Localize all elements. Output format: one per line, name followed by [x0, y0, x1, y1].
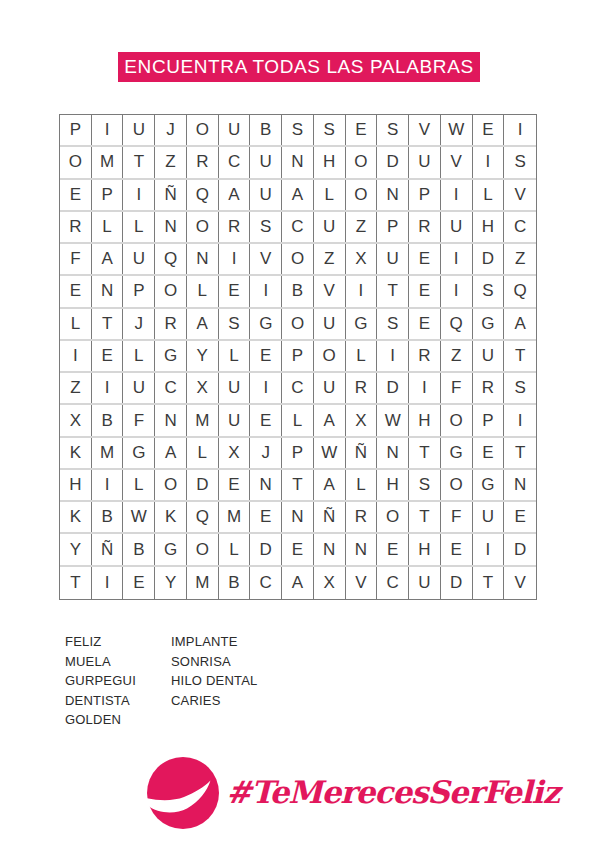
- grid-cell-r1c4[interactable]: J: [155, 115, 187, 145]
- grid-cell-r13c13[interactable]: F: [441, 502, 473, 532]
- grid-cell-r2c8[interactable]: N: [282, 147, 314, 177]
- grid-cell-r2c9[interactable]: H: [314, 147, 346, 177]
- grid-cell-r11c8[interactable]: P: [282, 438, 314, 468]
- grid-row: PIUJOUBSSESVWEI: [60, 115, 536, 147]
- grid-cell-r14c2[interactable]: Ñ: [92, 534, 124, 564]
- grid-cell-r11c13[interactable]: G: [441, 438, 473, 468]
- grid-cell-r11c2[interactable]: M: [92, 438, 124, 468]
- grid-cell-r12c11[interactable]: H: [377, 470, 409, 500]
- grid-row: TIEYMBCAXVCUDTV: [60, 567, 536, 599]
- grid-cell-r12c2[interactable]: I: [92, 470, 124, 500]
- grid-cell-r3c9[interactable]: L: [314, 180, 346, 210]
- grid-cell-r15c7[interactable]: C: [250, 567, 282, 599]
- grid-cell-r4c3[interactable]: L: [123, 212, 155, 242]
- grid-row: RLLNORSCUZPRUHC: [60, 212, 536, 244]
- grid-cell-r1c11[interactable]: S: [377, 115, 409, 145]
- grid-cell-r1c13[interactable]: W: [441, 115, 473, 145]
- grid-row: EPIÑQAUALONPILV: [60, 180, 536, 212]
- grid-cell-r15c14[interactable]: T: [473, 567, 505, 599]
- grid-cell-r2c7[interactable]: U: [250, 147, 282, 177]
- grid-cell-r3c10[interactable]: O: [346, 180, 378, 210]
- grid-cell-r11c15[interactable]: T: [504, 438, 536, 468]
- grid-cell-r1c6[interactable]: U: [219, 115, 251, 145]
- grid-row: IELGYLEPOLIRZUT: [60, 341, 536, 373]
- grid-cell-r5c2[interactable]: A: [92, 244, 124, 274]
- grid-cell-r10c15[interactable]: I: [504, 405, 536, 435]
- grid-cell-r13c1[interactable]: K: [60, 502, 92, 532]
- grid-cell-r13c15[interactable]: E: [504, 502, 536, 532]
- grid-cell-r4c15[interactable]: C: [504, 212, 536, 242]
- grid-cell-r9c13[interactable]: F: [441, 373, 473, 403]
- grid-cell-r12c4[interactable]: O: [155, 470, 187, 500]
- grid-cell-r10c2[interactable]: B: [92, 405, 124, 435]
- grid-cell-r1c9[interactable]: S: [314, 115, 346, 145]
- grid-cell-r11c12[interactable]: T: [409, 438, 441, 468]
- grid-cell-r8c5[interactable]: Y: [187, 341, 219, 371]
- grid-cell-r12c14[interactable]: G: [473, 470, 505, 500]
- grid-cell-r7c4[interactable]: R: [155, 309, 187, 339]
- grid-cell-r2c10[interactable]: O: [346, 147, 378, 177]
- grid-cell-r1c1[interactable]: P: [60, 115, 92, 145]
- word-item: HILO DENTAL: [171, 671, 257, 691]
- grid-cell-r14c13[interactable]: E: [441, 534, 473, 564]
- grid-cell-r15c5[interactable]: M: [187, 567, 219, 599]
- grid-cell-r4c8[interactable]: C: [282, 212, 314, 242]
- grid-cell-r5c5[interactable]: N: [187, 244, 219, 274]
- grid-cell-r3c15[interactable]: V: [504, 180, 536, 210]
- grid-cell-r14c10[interactable]: N: [346, 534, 378, 564]
- grid-cell-r2c6[interactable]: C: [219, 147, 251, 177]
- grid-cell-r5c6[interactable]: I: [219, 244, 251, 274]
- grid-cell-r4c14[interactable]: H: [473, 212, 505, 242]
- grid-cell-r7c7[interactable]: G: [250, 309, 282, 339]
- grid-cell-r13c4[interactable]: K: [155, 502, 187, 532]
- grid-cell-r3c5[interactable]: Q: [187, 180, 219, 210]
- grid-cell-r5c12[interactable]: E: [409, 244, 441, 274]
- grid-cell-r1c8[interactable]: S: [282, 115, 314, 145]
- grid-cell-r12c6[interactable]: E: [219, 470, 251, 500]
- grid-cell-r15c10[interactable]: V: [346, 567, 378, 599]
- grid-cell-r8c11[interactable]: I: [377, 341, 409, 371]
- grid-cell-r3c7[interactable]: U: [250, 180, 282, 210]
- grid-cell-r12c7[interactable]: N: [250, 470, 282, 500]
- grid-cell-r2c3[interactable]: T: [123, 147, 155, 177]
- grid-cell-r14c4[interactable]: G: [155, 534, 187, 564]
- grid-cell-r6c14[interactable]: S: [473, 276, 505, 306]
- grid-cell-r3c6[interactable]: A: [219, 180, 251, 210]
- grid-cell-r6c5[interactable]: L: [187, 276, 219, 306]
- grid-cell-r8c7[interactable]: E: [250, 341, 282, 371]
- grid-cell-r3c2[interactable]: P: [92, 180, 124, 210]
- grid-cell-r14c15[interactable]: D: [504, 534, 536, 564]
- grid-cell-r7c9[interactable]: U: [314, 309, 346, 339]
- grid-cell-r10c14[interactable]: P: [473, 405, 505, 435]
- grid-cell-r8c8[interactable]: P: [282, 341, 314, 371]
- grid-cell-r12c12[interactable]: S: [409, 470, 441, 500]
- grid-cell-r12c1[interactable]: H: [60, 470, 92, 500]
- grid-cell-r7c14[interactable]: G: [473, 309, 505, 339]
- grid-cell-r1c14[interactable]: E: [473, 115, 505, 145]
- grid-cell-r10c4[interactable]: N: [155, 405, 187, 435]
- grid-cell-r6c4[interactable]: O: [155, 276, 187, 306]
- grid-cell-r10c8[interactable]: L: [282, 405, 314, 435]
- grid-cell-r13c7[interactable]: E: [250, 502, 282, 532]
- grid-cell-r9c9[interactable]: U: [314, 373, 346, 403]
- grid-cell-r3c14[interactable]: L: [473, 180, 505, 210]
- grid-cell-r4c9[interactable]: U: [314, 212, 346, 242]
- grid-cell-r15c1[interactable]: T: [60, 567, 92, 599]
- grid-cell-r4c10[interactable]: Z: [346, 212, 378, 242]
- grid-cell-r10c12[interactable]: H: [409, 405, 441, 435]
- grid-cell-r15c2[interactable]: I: [92, 567, 124, 599]
- grid-cell-r7c1[interactable]: L: [60, 309, 92, 339]
- grid-row: KBWKQMENÑROTFUE: [60, 502, 536, 534]
- grid-cell-r3c13[interactable]: I: [441, 180, 473, 210]
- grid-cell-r11c14[interactable]: E: [473, 438, 505, 468]
- grid-cell-r12c9[interactable]: A: [314, 470, 346, 500]
- grid-row: XBFNMUELAXWHOPI: [60, 405, 536, 437]
- grid-cell-r6c15[interactable]: Q: [504, 276, 536, 306]
- grid-cell-r6c3[interactable]: P: [123, 276, 155, 306]
- grid-cell-r2c15[interactable]: S: [504, 147, 536, 177]
- grid-cell-r6c10[interactable]: I: [346, 276, 378, 306]
- grid-cell-r13c14[interactable]: U: [473, 502, 505, 532]
- grid-cell-r6c2[interactable]: N: [92, 276, 124, 306]
- grid-cell-r15c15[interactable]: V: [504, 567, 536, 599]
- grid-cell-r6c12[interactable]: E: [409, 276, 441, 306]
- puzzle-title: ENCUENTRA TODAS LAS PALABRAS: [124, 56, 473, 78]
- grid-cell-r14c3[interactable]: B: [123, 534, 155, 564]
- grid-cell-r14c12[interactable]: H: [409, 534, 441, 564]
- grid-row: FAUQNIVOZXUEIDZ: [60, 244, 536, 276]
- grid-cell-r8c2[interactable]: E: [92, 341, 124, 371]
- word-item: MUELA: [65, 652, 171, 672]
- word-search-grid: PIUJOUBSSESVWEIOMTZRCUNHODUVISEPIÑQAUALO…: [59, 114, 537, 600]
- grid-cell-r4c5[interactable]: O: [187, 212, 219, 242]
- grid-cell-r6c8[interactable]: B: [282, 276, 314, 306]
- grid-cell-r9c3[interactable]: U: [123, 373, 155, 403]
- grid-row: KMGALXJPWÑNTGET: [60, 438, 536, 470]
- grid-cell-r15c8[interactable]: A: [282, 567, 314, 599]
- grid-cell-r14c8[interactable]: E: [282, 534, 314, 564]
- grid-cell-r10c11[interactable]: W: [377, 405, 409, 435]
- grid-cell-r11c9[interactable]: W: [314, 438, 346, 468]
- word-item: SONRISA: [171, 652, 257, 672]
- grid-cell-r3c4[interactable]: Ñ: [155, 180, 187, 210]
- grid-cell-r13c5[interactable]: Q: [187, 502, 219, 532]
- grid-cell-r10c9[interactable]: A: [314, 405, 346, 435]
- grid-cell-r10c6[interactable]: U: [219, 405, 251, 435]
- grid-cell-r2c12[interactable]: U: [409, 147, 441, 177]
- grid-cell-r5c13[interactable]: I: [441, 244, 473, 274]
- grid-cell-r9c10[interactable]: R: [346, 373, 378, 403]
- grid-cell-r5c11[interactable]: U: [377, 244, 409, 274]
- grid-cell-r15c12[interactable]: U: [409, 567, 441, 599]
- grid-cell-r6c7[interactable]: I: [250, 276, 282, 306]
- grid-cell-r10c5[interactable]: M: [187, 405, 219, 435]
- grid-cell-r11c5[interactable]: L: [187, 438, 219, 468]
- grid-cell-r14c14[interactable]: I: [473, 534, 505, 564]
- word-item: CARIES: [171, 691, 257, 711]
- word-list: FELIZMUELAGURPEGUIDENTISTAGOLDEN IMPLANT…: [65, 632, 257, 730]
- grid-cell-r7c13[interactable]: Q: [441, 309, 473, 339]
- grid-cell-r13c3[interactable]: W: [123, 502, 155, 532]
- grid-cell-r13c12[interactable]: T: [409, 502, 441, 532]
- grid-cell-r12c8[interactable]: T: [282, 470, 314, 500]
- grid-cell-r9c15[interactable]: S: [504, 373, 536, 403]
- grid-cell-r8c4[interactable]: G: [155, 341, 187, 371]
- grid-cell-r1c5[interactable]: O: [187, 115, 219, 145]
- puzzle-title-banner: ENCUENTRA TODAS LAS PALABRAS: [118, 52, 480, 82]
- grid-cell-r10c3[interactable]: F: [123, 405, 155, 435]
- grid-cell-r9c14[interactable]: R: [473, 373, 505, 403]
- word-item: GOLDEN: [65, 710, 171, 730]
- grid-row: OMTZRCUNHODUVIS: [60, 147, 536, 179]
- grid-cell-r14c11[interactable]: E: [377, 534, 409, 564]
- grid-cell-r13c6[interactable]: M: [219, 502, 251, 532]
- grid-cell-r14c9[interactable]: N: [314, 534, 346, 564]
- grid-cell-r10c10[interactable]: X: [346, 405, 378, 435]
- grid-cell-r11c7[interactable]: J: [250, 438, 282, 468]
- grid-cell-r14c7[interactable]: D: [250, 534, 282, 564]
- grid-cell-r12c5[interactable]: D: [187, 470, 219, 500]
- grid-cell-r2c11[interactable]: D: [377, 147, 409, 177]
- grid-cell-r11c11[interactable]: N: [377, 438, 409, 468]
- grid-cell-r12c13[interactable]: O: [441, 470, 473, 500]
- grid-cell-r8c14[interactable]: U: [473, 341, 505, 371]
- grid-cell-r12c10[interactable]: L: [346, 470, 378, 500]
- grid-cell-r3c1[interactable]: E: [60, 180, 92, 210]
- grid-cell-r5c9[interactable]: Z: [314, 244, 346, 274]
- grid-cell-r7c8[interactable]: O: [282, 309, 314, 339]
- grid-cell-r5c4[interactable]: Q: [155, 244, 187, 274]
- grid-cell-r2c5[interactable]: R: [187, 147, 219, 177]
- grid-row: YÑBGOLDENNEHEID: [60, 534, 536, 566]
- grid-cell-r9c1[interactable]: Z: [60, 373, 92, 403]
- grid-cell-r1c10[interactable]: E: [346, 115, 378, 145]
- grid-cell-r9c4[interactable]: C: [155, 373, 187, 403]
- dental-clinic-smile-logo-icon: [147, 757, 219, 829]
- grid-cell-r6c1[interactable]: E: [60, 276, 92, 306]
- grid-cell-r6c11[interactable]: T: [377, 276, 409, 306]
- grid-cell-r13c11[interactable]: O: [377, 502, 409, 532]
- grid-row: ENPOLEIBVITEISQ: [60, 276, 536, 308]
- hashtag-text: #TeMerecesSerFeliz: [226, 774, 559, 810]
- grid-cell-r5c14[interactable]: D: [473, 244, 505, 274]
- grid-cell-r1c2[interactable]: I: [92, 115, 124, 145]
- grid-cell-r4c11[interactable]: P: [377, 212, 409, 242]
- grid-cell-r5c8[interactable]: O: [282, 244, 314, 274]
- grid-cell-r8c10[interactable]: L: [346, 341, 378, 371]
- grid-cell-r9c12[interactable]: I: [409, 373, 441, 403]
- grid-cell-r11c6[interactable]: X: [219, 438, 251, 468]
- grid-cell-r6c6[interactable]: E: [219, 276, 251, 306]
- grid-cell-r2c2[interactable]: M: [92, 147, 124, 177]
- grid-cell-r8c9[interactable]: O: [314, 341, 346, 371]
- grid-cell-r3c11[interactable]: N: [377, 180, 409, 210]
- grid-cell-r1c3[interactable]: U: [123, 115, 155, 145]
- grid-cell-r8c3[interactable]: L: [123, 341, 155, 371]
- grid-cell-r9c5[interactable]: X: [187, 373, 219, 403]
- grid-cell-r12c3[interactable]: L: [123, 470, 155, 500]
- grid-cell-r9c11[interactable]: D: [377, 373, 409, 403]
- campaign-hashtag: #TeMerecesSerFeliz: [226, 766, 559, 818]
- grid-cell-r8c15[interactable]: T: [504, 341, 536, 371]
- grid-cell-r13c9[interactable]: Ñ: [314, 502, 346, 532]
- grid-cell-r5c10[interactable]: X: [346, 244, 378, 274]
- grid-cell-r12c15[interactable]: N: [504, 470, 536, 500]
- grid-cell-r7c15[interactable]: A: [504, 309, 536, 339]
- grid-cell-r15c3[interactable]: E: [123, 567, 155, 599]
- grid-cell-r15c6[interactable]: B: [219, 567, 251, 599]
- grid-cell-r14c5[interactable]: O: [187, 534, 219, 564]
- grid-cell-r5c1[interactable]: F: [60, 244, 92, 274]
- word-item: FELIZ: [65, 632, 171, 652]
- word-list-column-2: IMPLANTESONRISAHILO DENTALCARIES: [171, 632, 257, 730]
- grid-cell-r5c15[interactable]: Z: [504, 244, 536, 274]
- word-item: IMPLANTE: [171, 632, 257, 652]
- grid-cell-r7c6[interactable]: S: [219, 309, 251, 339]
- grid-cell-r2c1[interactable]: O: [60, 147, 92, 177]
- grid-cell-r5c7[interactable]: V: [250, 244, 282, 274]
- grid-cell-r3c3[interactable]: I: [123, 180, 155, 210]
- grid-cell-r6c9[interactable]: V: [314, 276, 346, 306]
- grid-row: ZIUCXUICURDIFRS: [60, 373, 536, 405]
- grid-cell-r7c10[interactable]: G: [346, 309, 378, 339]
- grid-cell-r1c7[interactable]: B: [250, 115, 282, 145]
- grid-cell-r11c1[interactable]: K: [60, 438, 92, 468]
- grid-cell-r9c8[interactable]: C: [282, 373, 314, 403]
- grid-row: HILODENTALHSOGN: [60, 470, 536, 502]
- grid-cell-r3c8[interactable]: A: [282, 180, 314, 210]
- grid-cell-r11c3[interactable]: G: [123, 438, 155, 468]
- grid-cell-r4c6[interactable]: R: [219, 212, 251, 242]
- grid-cell-r13c8[interactable]: N: [282, 502, 314, 532]
- grid-cell-r11c4[interactable]: A: [155, 438, 187, 468]
- word-item: GURPEGUI: [65, 671, 171, 691]
- grid-cell-r8c1[interactable]: I: [60, 341, 92, 371]
- grid-cell-r13c2[interactable]: B: [92, 502, 124, 532]
- grid-cell-r8c12[interactable]: R: [409, 341, 441, 371]
- grid-cell-r2c13[interactable]: V: [441, 147, 473, 177]
- grid-cell-r4c12[interactable]: R: [409, 212, 441, 242]
- grid-cell-r10c13[interactable]: O: [441, 405, 473, 435]
- grid-cell-r10c1[interactable]: X: [60, 405, 92, 435]
- grid-cell-r5c3[interactable]: U: [123, 244, 155, 274]
- grid-cell-r15c11[interactable]: C: [377, 567, 409, 599]
- grid-cell-r2c14[interactable]: I: [473, 147, 505, 177]
- grid-cell-r4c4[interactable]: N: [155, 212, 187, 242]
- grid-cell-r11c10[interactable]: Ñ: [346, 438, 378, 468]
- grid-cell-r7c12[interactable]: E: [409, 309, 441, 339]
- grid-cell-r14c6[interactable]: L: [219, 534, 251, 564]
- grid-cell-r15c13[interactable]: D: [441, 567, 473, 599]
- grid-cell-r4c1[interactable]: R: [60, 212, 92, 242]
- grid-cell-r6c13[interactable]: I: [441, 276, 473, 306]
- grid-cell-r7c2[interactable]: T: [92, 309, 124, 339]
- grid-cell-r14c1[interactable]: Y: [60, 534, 92, 564]
- grid-cell-r7c3[interactable]: J: [123, 309, 155, 339]
- grid-cell-r9c2[interactable]: I: [92, 373, 124, 403]
- grid-cell-r4c7[interactable]: S: [250, 212, 282, 242]
- grid-cell-r2c4[interactable]: Z: [155, 147, 187, 177]
- grid-cell-r3c12[interactable]: P: [409, 180, 441, 210]
- grid-cell-r4c13[interactable]: U: [441, 212, 473, 242]
- grid-cell-r8c13[interactable]: Z: [441, 341, 473, 371]
- grid-cell-r9c6[interactable]: U: [219, 373, 251, 403]
- grid-cell-r4c2[interactable]: L: [92, 212, 124, 242]
- word-item: DENTISTA: [65, 691, 171, 711]
- grid-cell-r15c4[interactable]: Y: [155, 567, 187, 599]
- grid-cell-r15c9[interactable]: X: [314, 567, 346, 599]
- grid-cell-r10c7[interactable]: E: [250, 405, 282, 435]
- grid-cell-r1c12[interactable]: V: [409, 115, 441, 145]
- grid-cell-r1c15[interactable]: I: [504, 115, 536, 145]
- word-list-column-1: FELIZMUELAGURPEGUIDENTISTAGOLDEN: [65, 632, 171, 730]
- grid-cell-r8c6[interactable]: L: [219, 341, 251, 371]
- grid-cell-r7c5[interactable]: A: [187, 309, 219, 339]
- grid-cell-r13c10[interactable]: R: [346, 502, 378, 532]
- grid-row: LTJRASGOUGSEQGA: [60, 309, 536, 341]
- grid-cell-r7c11[interactable]: S: [377, 309, 409, 339]
- grid-cell-r9c7[interactable]: I: [250, 373, 282, 403]
